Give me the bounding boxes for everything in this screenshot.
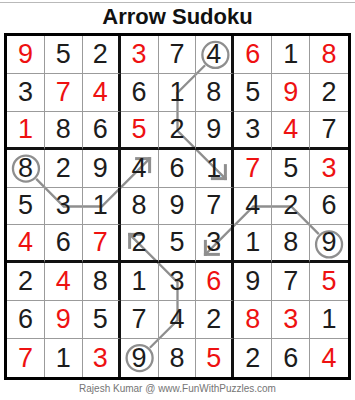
digit: 1 xyxy=(93,192,108,219)
cell-r4c6[interactable]: 1 xyxy=(196,150,234,188)
page: Arrow Sudoku 952374618374618592186529347… xyxy=(0,0,355,400)
cell-r5c2[interactable]: 3 xyxy=(45,188,83,226)
digit: 2 xyxy=(56,155,71,182)
cell-r7c7[interactable]: 9 xyxy=(234,263,272,301)
digit: 7 xyxy=(56,79,71,106)
cell-r1c3[interactable]: 2 xyxy=(83,36,121,74)
cell-r1c2[interactable]: 5 xyxy=(45,36,83,74)
cell-r2c7[interactable]: 5 xyxy=(234,74,272,112)
cell-r9c5[interactable]: 8 xyxy=(159,339,197,377)
cell-r3c2[interactable]: 8 xyxy=(45,112,83,150)
cell-r1c4[interactable]: 3 xyxy=(121,36,159,74)
cell-r5c1[interactable]: 5 xyxy=(7,188,45,226)
digit: 2 xyxy=(169,116,184,143)
cell-r9c7[interactable]: 2 xyxy=(234,339,272,377)
cell-r9c2[interactable]: 1 xyxy=(45,339,83,377)
cell-r5c6[interactable]: 7 xyxy=(196,188,234,226)
digit: 5 xyxy=(93,306,108,333)
digit: 2 xyxy=(93,41,108,68)
cell-r8c4[interactable]: 7 xyxy=(121,301,159,339)
cell-r4c1[interactable]: 8 xyxy=(7,150,45,188)
cell-r4c4[interactable]: 4 xyxy=(121,150,159,188)
cell-r6c4[interactable]: 2 xyxy=(121,225,159,263)
cell-r6c2[interactable]: 6 xyxy=(45,225,83,263)
digit: 6 xyxy=(322,192,337,219)
cell-r8c8[interactable]: 3 xyxy=(272,301,310,339)
cell-r6c8[interactable]: 8 xyxy=(272,225,310,263)
digit: 8 xyxy=(18,155,33,182)
cell-r2c6[interactable]: 8 xyxy=(196,74,234,112)
cell-r6c9[interactable]: 9 xyxy=(310,225,348,263)
digit: 8 xyxy=(132,192,147,219)
digit: 8 xyxy=(245,306,260,333)
digit: 8 xyxy=(322,41,337,68)
cell-r2c2[interactable]: 7 xyxy=(45,74,83,112)
cell-r7c8[interactable]: 7 xyxy=(272,263,310,301)
digit: 4 xyxy=(206,41,221,68)
cell-r5c4[interactable]: 8 xyxy=(121,188,159,226)
cell-r1c7[interactable]: 6 xyxy=(234,36,272,74)
digit: 4 xyxy=(245,192,260,219)
digit: 5 xyxy=(283,155,298,182)
digit: 4 xyxy=(56,268,71,295)
digit: 9 xyxy=(169,192,184,219)
digit: 8 xyxy=(206,79,221,106)
digit: 6 xyxy=(132,79,147,106)
digit: 2 xyxy=(18,268,33,295)
digit: 4 xyxy=(169,306,184,333)
cell-r2c8[interactable]: 9 xyxy=(272,74,310,112)
cell-r4c5[interactable]: 6 xyxy=(159,150,197,188)
digit: 5 xyxy=(132,116,147,143)
cell-r8c3[interactable]: 5 xyxy=(83,301,121,339)
digit: 1 xyxy=(169,79,184,106)
digit: 6 xyxy=(18,306,33,333)
digit: 4 xyxy=(93,79,108,106)
digit: 7 xyxy=(132,306,147,333)
cell-r8c9[interactable]: 1 xyxy=(310,301,348,339)
cell-r6c6[interactable]: 3 xyxy=(196,225,234,263)
cell-r7c9[interactable]: 5 xyxy=(310,263,348,301)
cell-r8c1[interactable]: 6 xyxy=(7,301,45,339)
digit: 1 xyxy=(322,306,337,333)
cell-r9c3[interactable]: 3 xyxy=(83,339,121,377)
digit: 7 xyxy=(169,41,184,68)
digit: 3 xyxy=(93,345,108,372)
digit: 7 xyxy=(322,116,337,143)
digit: 4 xyxy=(18,229,33,256)
cell-r7c5[interactable]: 3 xyxy=(159,263,197,301)
digit: 6 xyxy=(56,229,71,256)
cell-r2c9[interactable]: 2 xyxy=(310,74,348,112)
cell-r8c2[interactable]: 9 xyxy=(45,301,83,339)
cell-r5c9[interactable]: 6 xyxy=(310,188,348,226)
digit: 5 xyxy=(245,79,260,106)
digit: 3 xyxy=(322,155,337,182)
digit: 7 xyxy=(283,268,298,295)
cell-r3c8[interactable]: 4 xyxy=(272,112,310,150)
digit: 9 xyxy=(18,41,33,68)
digit: 1 xyxy=(18,116,33,143)
digit: 3 xyxy=(132,41,147,68)
digit: 8 xyxy=(56,116,71,143)
digit: 6 xyxy=(93,116,108,143)
digit: 8 xyxy=(169,345,184,372)
digit: 5 xyxy=(169,229,184,256)
cell-r7c6[interactable]: 6 xyxy=(196,263,234,301)
cell-r3c7[interactable]: 3 xyxy=(234,112,272,150)
cell-r1c9[interactable]: 8 xyxy=(310,36,348,74)
cell-r1c5[interactable]: 7 xyxy=(159,36,197,74)
digit: 9 xyxy=(206,116,221,143)
digit: 5 xyxy=(206,345,221,372)
digit: 2 xyxy=(132,229,147,256)
digit: 3 xyxy=(206,229,221,256)
cell-r9c1[interactable]: 7 xyxy=(7,339,45,377)
cell-r3c6[interactable]: 9 xyxy=(196,112,234,150)
cell-r3c4[interactable]: 5 xyxy=(121,112,159,150)
digit: 4 xyxy=(283,116,298,143)
digit: 2 xyxy=(283,192,298,219)
cell-r7c2[interactable]: 4 xyxy=(45,263,83,301)
sudoku-grid: 9523746183746185921865293478294617535318… xyxy=(7,36,348,377)
digit: 6 xyxy=(169,155,184,182)
cell-r2c1[interactable]: 3 xyxy=(7,74,45,112)
cell-r4c9[interactable]: 3 xyxy=(310,150,348,188)
cell-r4c2[interactable]: 2 xyxy=(45,150,83,188)
digit: 9 xyxy=(93,155,108,182)
digit: 6 xyxy=(283,345,298,372)
cell-r4c8[interactable]: 5 xyxy=(272,150,310,188)
cell-r4c3[interactable]: 9 xyxy=(83,150,121,188)
digit: 1 xyxy=(132,268,147,295)
cell-r3c3[interactable]: 6 xyxy=(83,112,121,150)
cell-r9c8[interactable]: 6 xyxy=(272,339,310,377)
digit: 3 xyxy=(283,306,298,333)
digit: 4 xyxy=(132,155,147,182)
cell-r3c9[interactable]: 7 xyxy=(310,112,348,150)
digit: 9 xyxy=(245,268,260,295)
cell-r6c7[interactable]: 1 xyxy=(234,225,272,263)
digit: 3 xyxy=(169,268,184,295)
digit: 2 xyxy=(206,306,221,333)
cell-r6c3[interactable]: 7 xyxy=(83,225,121,263)
credit-text: Rajesh Kumar @ www.FunWithPuzzles.com xyxy=(0,383,355,394)
digit: 2 xyxy=(245,345,260,372)
digit: 2 xyxy=(322,79,337,106)
cell-r8c6[interactable]: 2 xyxy=(196,301,234,339)
digit: 9 xyxy=(132,345,147,372)
cell-r6c5[interactable]: 5 xyxy=(159,225,197,263)
digit: 7 xyxy=(93,229,108,256)
digit: 6 xyxy=(245,41,260,68)
cell-r2c5[interactable]: 1 xyxy=(159,74,197,112)
cell-r9c4[interactable]: 9 xyxy=(121,339,159,377)
puzzle-title: Arrow Sudoku xyxy=(0,3,355,31)
digit: 3 xyxy=(18,79,33,106)
sudoku-board: 9523746183746185921865293478294617535318… xyxy=(4,33,351,380)
digit: 3 xyxy=(245,116,260,143)
digit: 9 xyxy=(322,229,337,256)
cell-r5c5[interactable]: 9 xyxy=(159,188,197,226)
cell-r7c3[interactable]: 8 xyxy=(83,263,121,301)
cell-r1c1[interactable]: 9 xyxy=(7,36,45,74)
digit: 9 xyxy=(56,306,71,333)
digit: 1 xyxy=(206,155,221,182)
cell-r3c5[interactable]: 2 xyxy=(159,112,197,150)
digit: 8 xyxy=(283,229,298,256)
cell-r5c8[interactable]: 2 xyxy=(272,188,310,226)
digit: 1 xyxy=(56,345,71,372)
cell-r4c7[interactable]: 7 xyxy=(234,150,272,188)
digit: 5 xyxy=(56,41,71,68)
cell-r8c5[interactable]: 4 xyxy=(159,301,197,339)
cell-r7c4[interactable]: 1 xyxy=(121,263,159,301)
digit: 5 xyxy=(322,268,337,295)
digit: 8 xyxy=(93,268,108,295)
digit: 4 xyxy=(322,345,337,372)
cell-r6c1[interactable]: 4 xyxy=(7,225,45,263)
cell-r5c7[interactable]: 4 xyxy=(234,188,272,226)
cell-r1c8[interactable]: 1 xyxy=(272,36,310,74)
digit: 7 xyxy=(18,345,33,372)
digit: 9 xyxy=(283,79,298,106)
digit: 1 xyxy=(283,41,298,68)
cell-r3c1[interactable]: 1 xyxy=(7,112,45,150)
cell-r7c1[interactable]: 2 xyxy=(7,263,45,301)
digit: 3 xyxy=(56,192,71,219)
digit: 6 xyxy=(206,268,221,295)
cell-r9c6[interactable]: 5 xyxy=(196,339,234,377)
digit: 1 xyxy=(245,229,260,256)
digit: 5 xyxy=(18,192,33,219)
cell-r5c3[interactable]: 1 xyxy=(83,188,121,226)
cell-r1c6[interactable]: 4 xyxy=(196,36,234,74)
cell-r8c7[interactable]: 8 xyxy=(234,301,272,339)
cell-r2c3[interactable]: 4 xyxy=(83,74,121,112)
cell-r2c4[interactable]: 6 xyxy=(121,74,159,112)
digit: 7 xyxy=(245,155,260,182)
cell-r9c9[interactable]: 4 xyxy=(310,339,348,377)
digit: 7 xyxy=(206,192,221,219)
